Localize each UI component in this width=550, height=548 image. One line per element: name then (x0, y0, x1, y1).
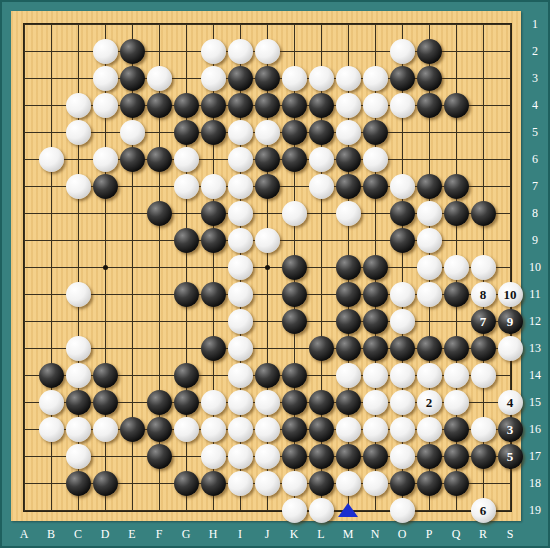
stone-black-J3 (255, 66, 280, 91)
stone-white-N6 (363, 147, 388, 172)
stone-white-N15 (363, 390, 388, 415)
stone-white-I16 (228, 417, 253, 442)
column-label-I: I (231, 527, 249, 541)
stone-white-B6 (39, 147, 64, 172)
stone-black-Q4 (444, 93, 469, 118)
stone-white-I7 (228, 174, 253, 199)
stone-white-N16 (363, 417, 388, 442)
stone-black-R13 (471, 336, 496, 361)
stone-white-Q15 (444, 390, 469, 415)
stone-black-M11 (336, 282, 361, 307)
stone-black-Q7 (444, 174, 469, 199)
stone-black-P13 (417, 336, 442, 361)
stone-white-J9 (255, 228, 280, 253)
stone-black-L18 (309, 471, 334, 496)
stone-white-H16 (201, 417, 226, 442)
row-label-2: 2 (522, 44, 548, 58)
stone-black-L17 (309, 444, 334, 469)
column-label-L: L (312, 527, 330, 541)
stone-white-P9 (417, 228, 442, 253)
stone-black-H4 (201, 93, 226, 118)
stone-black-L13 (309, 336, 334, 361)
row-label-19: 19 (522, 503, 548, 517)
row-label-18: 18 (522, 476, 548, 490)
stone-black-H11 (201, 282, 226, 307)
row-label-12: 12 (522, 314, 548, 328)
stone-white-D3 (93, 66, 118, 91)
row-label-17: 17 (522, 449, 548, 463)
stone-black-G18 (174, 471, 199, 496)
stone-white-I11 (228, 282, 253, 307)
stone-black-P17 (417, 444, 442, 469)
stone-white-I15 (228, 390, 253, 415)
move-number-label: 3 (507, 422, 514, 437)
stone-white-O16 (390, 417, 415, 442)
stone-black-D14 (93, 363, 118, 388)
row-label-15: 15 (522, 395, 548, 409)
stone-black-H13 (201, 336, 226, 361)
stone-black-F6 (147, 147, 172, 172)
column-label-H: H (204, 527, 222, 541)
stone-black-F15 (147, 390, 172, 415)
stone-white-I5 (228, 120, 253, 145)
stone-black-N13 (363, 336, 388, 361)
stone-white-P14 (417, 363, 442, 388)
triangle-marker (338, 503, 358, 517)
stone-white-I12 (228, 309, 253, 334)
move-number-label: 5 (507, 449, 514, 464)
stone-white-C16 (66, 417, 91, 442)
stone-white-I17 (228, 444, 253, 469)
stone-white-I2 (228, 39, 253, 64)
stone-white-P8 (417, 201, 442, 226)
stone-white-J15 (255, 390, 280, 415)
stone-white-M8 (336, 201, 361, 226)
stone-white-F3 (147, 66, 172, 91)
stone-black-S12: 9 (498, 309, 523, 334)
column-label-P: P (420, 527, 438, 541)
stone-white-L7 (309, 174, 334, 199)
stone-white-J16 (255, 417, 280, 442)
stone-white-K3 (282, 66, 307, 91)
stone-white-C17 (66, 444, 91, 469)
stone-white-C14 (66, 363, 91, 388)
stone-white-P11 (417, 282, 442, 307)
move-number-label: 2 (426, 395, 433, 410)
stone-black-E4 (120, 93, 145, 118)
stone-black-P18 (417, 471, 442, 496)
stone-white-C7 (66, 174, 91, 199)
stone-black-K12 (282, 309, 307, 334)
stone-black-H5 (201, 120, 226, 145)
stone-white-P10 (417, 255, 442, 280)
stone-black-D18 (93, 471, 118, 496)
stone-white-H15 (201, 390, 226, 415)
row-label-3: 3 (522, 71, 548, 85)
stone-white-L6 (309, 147, 334, 172)
stone-black-E2 (120, 39, 145, 64)
column-label-D: D (96, 527, 114, 541)
stone-black-P4 (417, 93, 442, 118)
row-label-16: 16 (522, 422, 548, 436)
stone-black-G14 (174, 363, 199, 388)
stone-black-C18 (66, 471, 91, 496)
stone-black-N7 (363, 174, 388, 199)
stone-white-N14 (363, 363, 388, 388)
stone-black-R17 (471, 444, 496, 469)
stone-black-B14 (39, 363, 64, 388)
star-point (265, 265, 270, 270)
stone-white-D2 (93, 39, 118, 64)
stone-black-Q13 (444, 336, 469, 361)
stone-black-G15 (174, 390, 199, 415)
stone-white-L19 (309, 498, 334, 523)
go-board[interactable]: 8107924356 (11, 11, 521, 521)
row-label-1: 1 (522, 17, 548, 31)
column-label-E: E (123, 527, 141, 541)
stone-white-M5 (336, 120, 361, 145)
stone-black-M12 (336, 309, 361, 334)
stone-white-M16 (336, 417, 361, 442)
stone-white-O14 (390, 363, 415, 388)
stone-black-J6 (255, 147, 280, 172)
stone-black-K14 (282, 363, 307, 388)
stone-white-R19: 6 (471, 498, 496, 523)
stone-black-J7 (255, 174, 280, 199)
star-point (103, 265, 108, 270)
stone-black-O13 (390, 336, 415, 361)
stone-white-S15: 4 (498, 390, 523, 415)
stone-black-K10 (282, 255, 307, 280)
stone-black-J4 (255, 93, 280, 118)
stone-white-G16 (174, 417, 199, 442)
stone-black-I3 (228, 66, 253, 91)
stone-white-M4 (336, 93, 361, 118)
stone-white-G6 (174, 147, 199, 172)
stone-white-K18 (282, 471, 307, 496)
stone-white-R10 (471, 255, 496, 280)
app-frame: 8107924356 ABCDEFGHIJKLMNOPQRS 123456789… (0, 0, 550, 548)
stone-black-K5 (282, 120, 307, 145)
stone-white-O11 (390, 282, 415, 307)
move-number-label: 6 (480, 503, 487, 518)
stone-black-R12: 7 (471, 309, 496, 334)
stone-white-M14 (336, 363, 361, 388)
stone-black-M6 (336, 147, 361, 172)
move-number-label: 4 (507, 395, 514, 410)
stone-white-I9 (228, 228, 253, 253)
stone-black-H8 (201, 201, 226, 226)
stone-white-C4 (66, 93, 91, 118)
stone-black-Q18 (444, 471, 469, 496)
stone-black-N12 (363, 309, 388, 334)
stone-black-F8 (147, 201, 172, 226)
stone-black-M13 (336, 336, 361, 361)
stone-black-R8 (471, 201, 496, 226)
stone-white-L3 (309, 66, 334, 91)
stone-white-J2 (255, 39, 280, 64)
column-label-G: G (177, 527, 195, 541)
stone-black-J14 (255, 363, 280, 388)
stone-black-K6 (282, 147, 307, 172)
row-label-5: 5 (522, 125, 548, 139)
stone-black-G11 (174, 282, 199, 307)
stone-white-I8 (228, 201, 253, 226)
stone-white-J17 (255, 444, 280, 469)
stone-black-E6 (120, 147, 145, 172)
stone-black-N5 (363, 120, 388, 145)
stone-black-D15 (93, 390, 118, 415)
stone-white-Q10 (444, 255, 469, 280)
move-number-label: 8 (480, 287, 487, 302)
column-label-O: O (393, 527, 411, 541)
row-label-9: 9 (522, 233, 548, 247)
stone-white-M3 (336, 66, 361, 91)
stone-white-O15 (390, 390, 415, 415)
stone-white-B16 (39, 417, 64, 442)
row-label-11: 11 (522, 287, 548, 301)
stone-white-O17 (390, 444, 415, 469)
row-label-13: 13 (522, 341, 548, 355)
stone-black-L5 (309, 120, 334, 145)
stone-white-G7 (174, 174, 199, 199)
stone-black-I4 (228, 93, 253, 118)
stone-white-R14 (471, 363, 496, 388)
stone-white-R11: 8 (471, 282, 496, 307)
move-number-label: 9 (507, 314, 514, 329)
stone-black-L4 (309, 93, 334, 118)
stone-white-J18 (255, 471, 280, 496)
stone-black-K16 (282, 417, 307, 442)
row-label-7: 7 (522, 179, 548, 193)
stone-black-Q8 (444, 201, 469, 226)
stone-black-D7 (93, 174, 118, 199)
stone-white-E5 (120, 120, 145, 145)
stone-white-D6 (93, 147, 118, 172)
stone-black-Q17 (444, 444, 469, 469)
stone-black-Q11 (444, 282, 469, 307)
stone-black-O3 (390, 66, 415, 91)
stone-black-P3 (417, 66, 442, 91)
stone-white-N18 (363, 471, 388, 496)
stone-white-O7 (390, 174, 415, 199)
stone-white-M18 (336, 471, 361, 496)
stone-black-G4 (174, 93, 199, 118)
stone-white-R16 (471, 417, 496, 442)
stone-white-I18 (228, 471, 253, 496)
row-label-6: 6 (522, 152, 548, 166)
row-label-8: 8 (522, 206, 548, 220)
stone-black-K15 (282, 390, 307, 415)
stone-black-O9 (390, 228, 415, 253)
column-label-K: K (285, 527, 303, 541)
stone-white-O4 (390, 93, 415, 118)
stone-black-K4 (282, 93, 307, 118)
stone-white-K19 (282, 498, 307, 523)
stone-white-N4 (363, 93, 388, 118)
stone-white-I13 (228, 336, 253, 361)
stone-white-P15: 2 (417, 390, 442, 415)
stone-black-M15 (336, 390, 361, 415)
stone-white-S13 (498, 336, 523, 361)
stone-white-D4 (93, 93, 118, 118)
stone-black-O8 (390, 201, 415, 226)
stone-black-L16 (309, 417, 334, 442)
stone-black-Q16 (444, 417, 469, 442)
stone-white-N3 (363, 66, 388, 91)
stone-black-S17: 5 (498, 444, 523, 469)
stone-black-G9 (174, 228, 199, 253)
stone-white-C11 (66, 282, 91, 307)
stone-white-H17 (201, 444, 226, 469)
stone-black-O18 (390, 471, 415, 496)
stone-white-O19 (390, 498, 415, 523)
stone-white-C5 (66, 120, 91, 145)
stone-white-I10 (228, 255, 253, 280)
stone-white-B15 (39, 390, 64, 415)
stone-white-I6 (228, 147, 253, 172)
stone-black-S16: 3 (498, 417, 523, 442)
stone-black-E16 (120, 417, 145, 442)
stone-black-N11 (363, 282, 388, 307)
column-label-J: J (258, 527, 276, 541)
stone-white-O2 (390, 39, 415, 64)
stone-white-C13 (66, 336, 91, 361)
stone-black-N17 (363, 444, 388, 469)
stone-white-D16 (93, 417, 118, 442)
stone-white-P16 (417, 417, 442, 442)
stone-white-H2 (201, 39, 226, 64)
column-label-N: N (366, 527, 384, 541)
stone-black-M10 (336, 255, 361, 280)
stone-black-G5 (174, 120, 199, 145)
stone-black-M17 (336, 444, 361, 469)
column-label-C: C (69, 527, 87, 541)
stone-black-E3 (120, 66, 145, 91)
stone-white-K8 (282, 201, 307, 226)
stone-black-F17 (147, 444, 172, 469)
column-label-R: R (474, 527, 492, 541)
stone-black-K11 (282, 282, 307, 307)
stone-black-P2 (417, 39, 442, 64)
stone-white-H7 (201, 174, 226, 199)
move-number-label: 10 (504, 287, 517, 302)
stone-white-I14 (228, 363, 253, 388)
row-label-10: 10 (522, 260, 548, 274)
column-label-B: B (42, 527, 60, 541)
stone-black-M7 (336, 174, 361, 199)
column-label-F: F (150, 527, 168, 541)
column-label-Q: Q (447, 527, 465, 541)
stone-black-L15 (309, 390, 334, 415)
stone-white-J5 (255, 120, 280, 145)
stone-white-O12 (390, 309, 415, 334)
stone-black-P7 (417, 174, 442, 199)
stone-white-H3 (201, 66, 226, 91)
row-label-4: 4 (522, 98, 548, 112)
stone-black-C15 (66, 390, 91, 415)
row-label-14: 14 (522, 368, 548, 382)
column-label-S: S (501, 527, 519, 541)
stone-white-Q14 (444, 363, 469, 388)
stone-white-S11: 10 (498, 282, 523, 307)
column-label-M: M (339, 527, 357, 541)
stone-black-F4 (147, 93, 172, 118)
stone-black-N10 (363, 255, 388, 280)
move-number-label: 7 (480, 314, 487, 329)
stone-black-F16 (147, 417, 172, 442)
stone-black-H9 (201, 228, 226, 253)
stone-black-K17 (282, 444, 307, 469)
column-label-A: A (15, 527, 33, 541)
stone-black-H18 (201, 471, 226, 496)
